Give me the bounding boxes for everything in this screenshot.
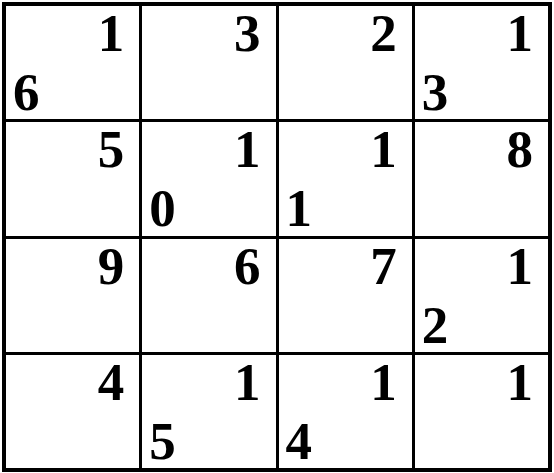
- cell-r3c2: 6: [142, 239, 275, 352]
- cell-digit-top: 1: [98, 7, 125, 60]
- page: 16321351011896712415141: [0, 0, 554, 473]
- cell-digit-top: 3: [234, 7, 261, 60]
- magic-square-board: 16321351011896712415141: [2, 2, 552, 472]
- cell-digit-bottom: 2: [422, 299, 449, 352]
- cell-r4c1: 4: [6, 355, 139, 468]
- cell-digit-bottom: 4: [286, 415, 313, 468]
- cell-digit-bottom: 0: [149, 182, 176, 235]
- cell-digit-bottom: 5: [149, 415, 176, 468]
- cell-r3c3: 7: [279, 239, 412, 352]
- cell-r2c1: 5: [6, 122, 139, 235]
- cell-digit-bottom: 3: [422, 66, 449, 119]
- cell-digit-top: 1: [507, 356, 534, 409]
- cell-r3c1: 9: [6, 239, 139, 352]
- cell-digit-bottom: 1: [286, 182, 313, 235]
- cell-r1c1: 16: [6, 6, 139, 119]
- cell-digit-top: 2: [370, 7, 397, 60]
- cell-digit-top: 1: [370, 356, 397, 409]
- cell-digit-top: 7: [370, 240, 397, 293]
- cell-digit-top: 1: [370, 123, 397, 176]
- cell-digit-top: 6: [234, 240, 261, 293]
- cell-digit-top: 5: [98, 123, 125, 176]
- cell-r4c4: 1: [415, 355, 548, 468]
- cell-digit-top: 1: [234, 123, 261, 176]
- cell-r1c2: 3: [142, 6, 275, 119]
- cell-r2c4: 8: [415, 122, 548, 235]
- cell-digit-top: 1: [507, 240, 534, 293]
- cell-r1c4: 13: [415, 6, 548, 119]
- cell-digit-top: 1: [234, 356, 261, 409]
- cell-r2c2: 10: [142, 122, 275, 235]
- cell-digit-top: 8: [507, 123, 534, 176]
- cell-digit-top: 1: [507, 7, 534, 60]
- cell-digit-bottom: 6: [13, 66, 40, 119]
- cell-r4c2: 15: [142, 355, 275, 468]
- cell-r4c3: 14: [279, 355, 412, 468]
- cell-r3c4: 12: [415, 239, 548, 352]
- cell-r2c3: 11: [279, 122, 412, 235]
- cell-digit-top: 9: [98, 240, 125, 293]
- cell-r1c3: 2: [279, 6, 412, 119]
- cell-digit-top: 4: [98, 356, 125, 409]
